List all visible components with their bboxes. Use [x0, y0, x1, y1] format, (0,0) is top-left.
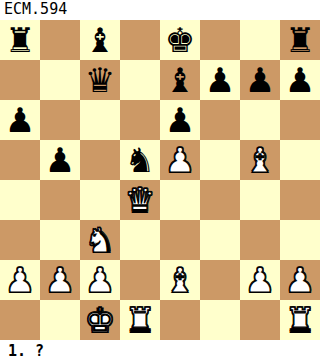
- square-f6[interactable]: [200, 100, 240, 140]
- square-g6[interactable]: [240, 100, 280, 140]
- square-h5[interactable]: [280, 140, 320, 180]
- square-e6[interactable]: ♟: [160, 100, 200, 140]
- square-b2[interactable]: ♟: [40, 260, 80, 300]
- square-a2[interactable]: ♟: [0, 260, 40, 300]
- square-h7[interactable]: ♟: [280, 60, 320, 100]
- square-g8[interactable]: [240, 20, 280, 60]
- black-rook-h8[interactable]: ♜: [285, 20, 315, 60]
- black-pawn-f7[interactable]: ♟: [205, 60, 235, 100]
- black-rook-a8[interactable]: ♜: [5, 20, 35, 60]
- square-d5[interactable]: ♞: [120, 140, 160, 180]
- square-h3[interactable]: [280, 220, 320, 260]
- square-a7[interactable]: [0, 60, 40, 100]
- black-bishop-c8[interactable]: ♝: [85, 20, 115, 60]
- square-e4[interactable]: [160, 180, 200, 220]
- square-h6[interactable]: [280, 100, 320, 140]
- square-h2[interactable]: ♟: [280, 260, 320, 300]
- black-pawn-g7[interactable]: ♟: [245, 60, 275, 100]
- square-a8[interactable]: ♜: [0, 20, 40, 60]
- move-prompt: 1. ?: [0, 340, 320, 360]
- white-rook-d1[interactable]: ♜: [125, 300, 155, 340]
- square-g5[interactable]: ♝: [240, 140, 280, 180]
- square-a1[interactable]: [0, 300, 40, 340]
- square-c1[interactable]: ♚: [80, 300, 120, 340]
- white-pawn-a2[interactable]: ♟: [5, 260, 35, 300]
- white-knight-c3[interactable]: ♞: [85, 220, 115, 260]
- square-f4[interactable]: [200, 180, 240, 220]
- square-d3[interactable]: [120, 220, 160, 260]
- black-king-e8[interactable]: ♚: [165, 20, 195, 60]
- square-g7[interactable]: ♟: [240, 60, 280, 100]
- square-c3[interactable]: ♞: [80, 220, 120, 260]
- square-c2[interactable]: ♟: [80, 260, 120, 300]
- square-e1[interactable]: [160, 300, 200, 340]
- white-pawn-b2[interactable]: ♟: [45, 260, 75, 300]
- square-c5[interactable]: [80, 140, 120, 180]
- square-c6[interactable]: [80, 100, 120, 140]
- square-g4[interactable]: [240, 180, 280, 220]
- square-a5[interactable]: [0, 140, 40, 180]
- square-d2[interactable]: [120, 260, 160, 300]
- square-e7[interactable]: ♝: [160, 60, 200, 100]
- square-c8[interactable]: ♝: [80, 20, 120, 60]
- white-rook-h1[interactable]: ♜: [285, 300, 315, 340]
- black-pawn-b5[interactable]: ♟: [45, 140, 75, 180]
- square-h4[interactable]: [280, 180, 320, 220]
- white-bishop-g5[interactable]: ♝: [245, 140, 275, 180]
- square-e8[interactable]: ♚: [160, 20, 200, 60]
- square-f3[interactable]: [200, 220, 240, 260]
- square-g2[interactable]: ♟: [240, 260, 280, 300]
- square-h8[interactable]: ♜: [280, 20, 320, 60]
- square-d8[interactable]: [120, 20, 160, 60]
- white-bishop-e2[interactable]: ♝: [165, 260, 195, 300]
- white-king-c1[interactable]: ♚: [85, 300, 115, 340]
- square-d7[interactable]: [120, 60, 160, 100]
- square-e2[interactable]: ♝: [160, 260, 200, 300]
- square-b8[interactable]: [40, 20, 80, 60]
- white-pawn-h2[interactable]: ♟: [285, 260, 315, 300]
- square-b7[interactable]: [40, 60, 80, 100]
- white-queen-d4[interactable]: ♛: [125, 180, 155, 220]
- square-f8[interactable]: [200, 20, 240, 60]
- square-b4[interactable]: [40, 180, 80, 220]
- square-e3[interactable]: [160, 220, 200, 260]
- white-pawn-g2[interactable]: ♟: [245, 260, 275, 300]
- black-pawn-h7[interactable]: ♟: [285, 60, 315, 100]
- black-pawn-e6[interactable]: ♟: [165, 100, 195, 140]
- square-g1[interactable]: [240, 300, 280, 340]
- black-knight-d5[interactable]: ♞: [125, 140, 155, 180]
- square-a6[interactable]: ♟: [0, 100, 40, 140]
- square-d1[interactable]: ♜: [120, 300, 160, 340]
- black-pawn-a6[interactable]: ♟: [5, 100, 35, 140]
- black-bishop-e7[interactable]: ♝: [165, 60, 195, 100]
- square-f2[interactable]: [200, 260, 240, 300]
- square-b6[interactable]: [40, 100, 80, 140]
- square-a4[interactable]: [0, 180, 40, 220]
- white-pawn-e5[interactable]: ♟: [165, 140, 195, 180]
- square-f1[interactable]: [200, 300, 240, 340]
- square-a3[interactable]: [0, 220, 40, 260]
- square-d6[interactable]: [120, 100, 160, 140]
- square-b3[interactable]: [40, 220, 80, 260]
- chess-board: ♜♝♚♜♛♝♟♟♟♟♟♟♞♟♝♛♞♟♟♟♝♟♟♚♜♜: [0, 20, 320, 340]
- square-c7[interactable]: ♛: [80, 60, 120, 100]
- square-g3[interactable]: [240, 220, 280, 260]
- diagram-title: ECM.594: [0, 0, 320, 20]
- white-pawn-c2[interactable]: ♟: [85, 260, 115, 300]
- square-c4[interactable]: [80, 180, 120, 220]
- square-d4[interactable]: ♛: [120, 180, 160, 220]
- square-b5[interactable]: ♟: [40, 140, 80, 180]
- square-f5[interactable]: [200, 140, 240, 180]
- square-f7[interactable]: ♟: [200, 60, 240, 100]
- square-e5[interactable]: ♟: [160, 140, 200, 180]
- square-b1[interactable]: [40, 300, 80, 340]
- square-h1[interactable]: ♜: [280, 300, 320, 340]
- black-queen-c7[interactable]: ♛: [85, 60, 115, 100]
